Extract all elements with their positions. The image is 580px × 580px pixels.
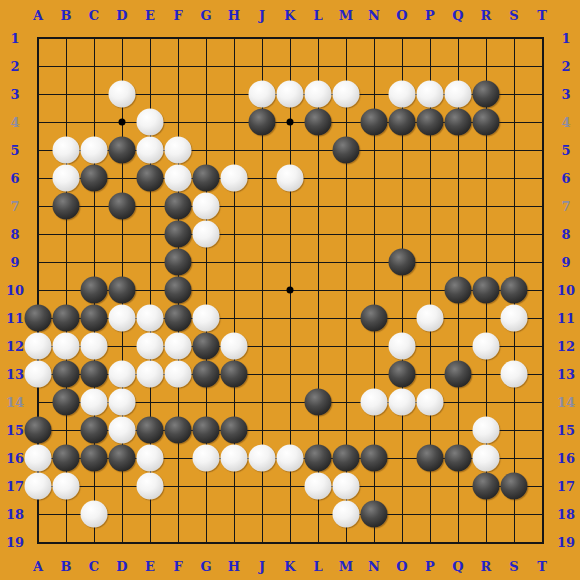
- stone-black-A15[interactable]: [25, 417, 52, 444]
- stone-white-D11[interactable]: [109, 305, 136, 332]
- stone-black-B16[interactable]: [53, 445, 80, 472]
- col-label-bottom-J: J: [259, 560, 265, 573]
- col-label-bottom-C: C: [89, 560, 99, 573]
- row-label-right-18: 18: [557, 508, 575, 521]
- col-label-top-Q: Q: [452, 9, 463, 22]
- stone-white-C14[interactable]: [81, 389, 108, 416]
- stone-white-J3[interactable]: [249, 81, 276, 108]
- stone-white-R15[interactable]: [473, 417, 500, 444]
- stone-white-L17[interactable]: [305, 473, 332, 500]
- stone-white-N14[interactable]: [361, 389, 388, 416]
- row-label-right-8: 8: [561, 228, 570, 241]
- row-label-left-7: 7: [10, 200, 19, 213]
- row-label-right-3: 3: [561, 88, 570, 101]
- stone-black-S17[interactable]: [501, 473, 528, 500]
- col-label-top-J: J: [259, 9, 265, 22]
- stone-black-M5[interactable]: [333, 137, 360, 164]
- stone-black-D5[interactable]: [109, 137, 136, 164]
- stone-black-C13[interactable]: [81, 361, 108, 388]
- stone-white-J16[interactable]: [249, 445, 276, 472]
- stone-black-Q13[interactable]: [445, 361, 472, 388]
- star-point-K10: [287, 287, 294, 294]
- col-label-bottom-L: L: [313, 560, 322, 573]
- col-label-bottom-M: M: [339, 560, 353, 573]
- col-label-bottom-N: N: [368, 560, 380, 573]
- row-label-left-12: 12: [6, 340, 24, 353]
- col-label-bottom-G: G: [200, 560, 211, 573]
- stone-white-D13[interactable]: [109, 361, 136, 388]
- stone-black-D10[interactable]: [109, 277, 136, 304]
- row-label-left-8: 8: [10, 228, 19, 241]
- col-label-bottom-D: D: [116, 560, 127, 573]
- stone-white-O3[interactable]: [389, 81, 416, 108]
- stone-white-R16[interactable]: [473, 445, 500, 472]
- stone-white-P3[interactable]: [417, 81, 444, 108]
- star-point-D4: [119, 119, 126, 126]
- stone-black-F15[interactable]: [165, 417, 192, 444]
- stone-black-L4[interactable]: [305, 109, 332, 136]
- col-label-top-G: G: [200, 9, 211, 22]
- stone-white-K3[interactable]: [277, 81, 304, 108]
- col-label-top-C: C: [89, 9, 99, 22]
- stone-black-B14[interactable]: [53, 389, 80, 416]
- col-label-top-N: N: [368, 9, 380, 22]
- row-label-left-5: 5: [10, 144, 19, 157]
- stone-black-A11[interactable]: [25, 305, 52, 332]
- stone-white-G8[interactable]: [193, 221, 220, 248]
- stone-black-R4[interactable]: [473, 109, 500, 136]
- row-label-right-13: 13: [557, 368, 575, 381]
- stone-black-R10[interactable]: [473, 277, 500, 304]
- stone-black-L14[interactable]: [305, 389, 332, 416]
- stone-white-H6[interactable]: [221, 165, 248, 192]
- stone-white-S13[interactable]: [501, 361, 528, 388]
- stone-black-H13[interactable]: [221, 361, 248, 388]
- stone-black-B13[interactable]: [53, 361, 80, 388]
- stone-black-G6[interactable]: [193, 165, 220, 192]
- stone-black-M16[interactable]: [333, 445, 360, 472]
- col-label-top-T: T: [537, 9, 547, 22]
- stone-white-K6[interactable]: [277, 165, 304, 192]
- stone-white-B5[interactable]: [53, 137, 80, 164]
- stone-black-O9[interactable]: [389, 249, 416, 276]
- stone-white-S11[interactable]: [501, 305, 528, 332]
- stone-white-E11[interactable]: [137, 305, 164, 332]
- col-label-bottom-B: B: [61, 560, 72, 573]
- stone-black-S10[interactable]: [501, 277, 528, 304]
- stone-white-D15[interactable]: [109, 417, 136, 444]
- row-label-left-4: 4: [10, 116, 19, 129]
- stone-white-M18[interactable]: [333, 501, 360, 528]
- go-board[interactable]: ABCDEFGHJKLMNOPQRST ABCDEFGHJKLMNOPQRST …: [0, 0, 580, 580]
- stone-white-E17[interactable]: [137, 473, 164, 500]
- row-label-right-14: 14: [557, 396, 575, 409]
- stone-black-C16[interactable]: [81, 445, 108, 472]
- stone-black-E15[interactable]: [137, 417, 164, 444]
- stone-black-F7[interactable]: [165, 193, 192, 220]
- row-label-right-16: 16: [557, 452, 575, 465]
- row-label-right-15: 15: [557, 424, 575, 437]
- row-label-left-11: 11: [6, 312, 24, 325]
- col-label-top-R: R: [481, 9, 492, 22]
- stone-black-D16[interactable]: [109, 445, 136, 472]
- col-label-bottom-K: K: [284, 560, 295, 573]
- stone-black-N11[interactable]: [361, 305, 388, 332]
- row-label-left-14: 14: [6, 396, 24, 409]
- col-label-top-F: F: [173, 9, 182, 22]
- stone-black-B11[interactable]: [53, 305, 80, 332]
- stone-black-L16[interactable]: [305, 445, 332, 472]
- stone-white-P11[interactable]: [417, 305, 444, 332]
- stone-black-F9[interactable]: [165, 249, 192, 276]
- col-label-top-B: B: [61, 9, 72, 22]
- stone-black-G13[interactable]: [193, 361, 220, 388]
- stone-white-Q3[interactable]: [445, 81, 472, 108]
- stone-white-B12[interactable]: [53, 333, 80, 360]
- stone-black-F11[interactable]: [165, 305, 192, 332]
- col-label-top-M: M: [339, 9, 353, 22]
- col-label-bottom-R: R: [481, 560, 492, 573]
- row-label-left-13: 13: [6, 368, 24, 381]
- stone-black-Q4[interactable]: [445, 109, 472, 136]
- col-label-top-H: H: [228, 9, 240, 22]
- stone-white-F6[interactable]: [165, 165, 192, 192]
- row-label-left-19: 19: [6, 536, 24, 549]
- row-label-left-6: 6: [10, 172, 19, 185]
- row-label-right-11: 11: [557, 312, 575, 325]
- stone-white-B6[interactable]: [53, 165, 80, 192]
- stone-black-E6[interactable]: [137, 165, 164, 192]
- row-label-right-9: 9: [561, 256, 570, 269]
- stone-black-P16[interactable]: [417, 445, 444, 472]
- row-label-left-3: 3: [10, 88, 19, 101]
- row-label-right-10: 10: [557, 284, 575, 297]
- stone-white-E16[interactable]: [137, 445, 164, 472]
- stone-black-H15[interactable]: [221, 417, 248, 444]
- stone-white-C18[interactable]: [81, 501, 108, 528]
- col-label-top-O: O: [396, 9, 407, 22]
- col-label-bottom-T: T: [537, 560, 547, 573]
- col-label-top-D: D: [116, 9, 127, 22]
- stone-white-E5[interactable]: [137, 137, 164, 164]
- row-label-left-9: 9: [10, 256, 19, 269]
- stone-white-F12[interactable]: [165, 333, 192, 360]
- stone-white-C12[interactable]: [81, 333, 108, 360]
- row-label-right-19: 19: [557, 536, 575, 549]
- row-label-left-17: 17: [6, 480, 24, 493]
- stone-white-E4[interactable]: [137, 109, 164, 136]
- stone-black-Q16[interactable]: [445, 445, 472, 472]
- row-label-left-1: 1: [10, 32, 19, 45]
- row-label-right-1: 1: [561, 32, 570, 45]
- stone-black-G15[interactable]: [193, 417, 220, 444]
- stone-white-M17[interactable]: [333, 473, 360, 500]
- stone-black-C6[interactable]: [81, 165, 108, 192]
- col-label-bottom-P: P: [425, 560, 435, 573]
- stone-white-H12[interactable]: [221, 333, 248, 360]
- row-label-right-6: 6: [561, 172, 570, 185]
- row-label-right-4: 4: [561, 116, 570, 129]
- stone-black-O4[interactable]: [389, 109, 416, 136]
- stone-black-Q10[interactable]: [445, 277, 472, 304]
- row-label-right-7: 7: [561, 200, 570, 213]
- stone-white-E12[interactable]: [137, 333, 164, 360]
- stone-black-N18[interactable]: [361, 501, 388, 528]
- stone-black-C10[interactable]: [81, 277, 108, 304]
- stone-black-N4[interactable]: [361, 109, 388, 136]
- stone-white-D3[interactable]: [109, 81, 136, 108]
- stone-white-E13[interactable]: [137, 361, 164, 388]
- stone-white-R12[interactable]: [473, 333, 500, 360]
- stone-black-F8[interactable]: [165, 221, 192, 248]
- stone-white-M3[interactable]: [333, 81, 360, 108]
- stone-white-G7[interactable]: [193, 193, 220, 220]
- stone-white-B17[interactable]: [53, 473, 80, 500]
- stone-white-O14[interactable]: [389, 389, 416, 416]
- col-label-bottom-Q: Q: [452, 560, 463, 573]
- stone-black-F10[interactable]: [165, 277, 192, 304]
- row-label-left-18: 18: [6, 508, 24, 521]
- stone-white-C5[interactable]: [81, 137, 108, 164]
- col-label-top-A: A: [33, 9, 43, 22]
- stone-black-J4[interactable]: [249, 109, 276, 136]
- stone-white-G16[interactable]: [193, 445, 220, 472]
- row-label-left-16: 16: [6, 452, 24, 465]
- stone-white-G11[interactable]: [193, 305, 220, 332]
- stone-black-R17[interactable]: [473, 473, 500, 500]
- stone-white-F5[interactable]: [165, 137, 192, 164]
- stone-black-D7[interactable]: [109, 193, 136, 220]
- col-label-bottom-A: A: [33, 560, 43, 573]
- stone-white-F13[interactable]: [165, 361, 192, 388]
- stone-black-B7[interactable]: [53, 193, 80, 220]
- row-label-left-2: 2: [10, 60, 19, 73]
- stone-black-R3[interactable]: [473, 81, 500, 108]
- row-label-right-17: 17: [557, 480, 575, 493]
- stone-white-H16[interactable]: [221, 445, 248, 472]
- stone-white-A17[interactable]: [25, 473, 52, 500]
- stone-black-O13[interactable]: [389, 361, 416, 388]
- star-point-K4: [287, 119, 294, 126]
- row-label-right-2: 2: [561, 60, 570, 73]
- row-label-left-15: 15: [6, 424, 24, 437]
- stone-white-O12[interactable]: [389, 333, 416, 360]
- stone-white-A12[interactable]: [25, 333, 52, 360]
- col-label-top-S: S: [509, 9, 518, 22]
- stone-white-L3[interactable]: [305, 81, 332, 108]
- stone-black-P4[interactable]: [417, 109, 444, 136]
- stone-black-N16[interactable]: [361, 445, 388, 472]
- row-label-right-12: 12: [557, 340, 575, 353]
- col-label-bottom-H: H: [228, 560, 240, 573]
- stone-black-G12[interactable]: [193, 333, 220, 360]
- col-label-bottom-S: S: [509, 560, 518, 573]
- col-label-top-L: L: [313, 9, 322, 22]
- col-label-top-P: P: [425, 9, 435, 22]
- stone-white-A16[interactable]: [25, 445, 52, 472]
- stone-white-D14[interactable]: [109, 389, 136, 416]
- row-label-left-10: 10: [6, 284, 24, 297]
- col-label-top-E: E: [145, 9, 155, 22]
- col-label-bottom-E: E: [145, 560, 155, 573]
- stone-white-K16[interactable]: [277, 445, 304, 472]
- col-label-bottom-O: O: [396, 560, 407, 573]
- stone-white-P14[interactable]: [417, 389, 444, 416]
- col-label-top-K: K: [284, 9, 295, 22]
- stone-white-A13[interactable]: [25, 361, 52, 388]
- row-label-right-5: 5: [561, 144, 570, 157]
- stone-black-C15[interactable]: [81, 417, 108, 444]
- col-label-bottom-F: F: [173, 560, 182, 573]
- stone-black-C11[interactable]: [81, 305, 108, 332]
